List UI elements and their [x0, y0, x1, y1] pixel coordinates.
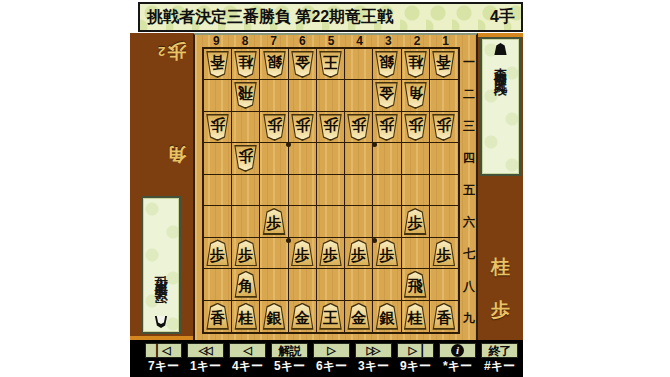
board-cell	[402, 143, 430, 174]
board-cell	[204, 175, 232, 206]
keypad-hint: 7キー	[145, 360, 182, 373]
shogi-piece-sente: 香	[205, 303, 230, 330]
board-cell: 歩	[232, 143, 260, 174]
board-cell: 銀	[373, 49, 401, 80]
board-cell	[260, 238, 288, 269]
board-cell	[204, 80, 232, 111]
board-cell: 歩	[373, 238, 401, 269]
screenshot: 挑戦者決定三番勝負 第22期竜王戦 4手 歩2角 深浦康市王位 98765432…	[0, 0, 670, 377]
shogi-piece-gote: 歩	[233, 145, 258, 172]
shogi-piece-sente: 歩	[262, 208, 287, 235]
step-forward-icon: ▷	[327, 345, 335, 356]
step-back-button[interactable]: ◁	[229, 343, 266, 358]
board-cell: 歩	[430, 112, 458, 143]
step-back-icon: ◁	[243, 345, 251, 356]
star-point	[286, 142, 291, 147]
rank-label: 四	[460, 143, 478, 175]
move-counter: 4手	[490, 7, 515, 28]
board-cell: 歩	[232, 238, 260, 269]
shogi-piece-gote: 銀	[262, 51, 287, 78]
shogi-piece-gote: 角	[403, 82, 428, 109]
board-cell	[345, 269, 373, 300]
shogi-piece-sente: 歩	[346, 239, 371, 266]
rank-label: 一	[460, 47, 478, 79]
board-cell: 歩	[204, 112, 232, 143]
fast-forward-icon: ▷▷	[367, 345, 378, 356]
rank-label: 七	[460, 238, 478, 270]
board-cell: 歩	[204, 238, 232, 269]
shogi-piece-sente: 角	[233, 271, 258, 298]
info-button[interactable]: i	[439, 343, 476, 358]
shogi-piece-sente: 飛	[403, 271, 428, 298]
shogi-piece-sente: 歩	[205, 239, 230, 266]
board-cell	[345, 143, 373, 174]
skip-to-start-icon: ▏◁	[157, 345, 168, 356]
shogi-piece-gote: 歩	[403, 114, 428, 141]
board-cell: 桂	[402, 49, 430, 80]
board-cell	[204, 206, 232, 237]
shogi-piece-gote: 歩	[262, 114, 287, 141]
hand-piece: 桂	[478, 257, 523, 276]
board-cell	[317, 206, 345, 237]
board-cell: 金	[345, 301, 373, 332]
rank-label: 三	[460, 111, 478, 143]
board-cell	[232, 206, 260, 237]
board-cell: 飛	[402, 269, 430, 300]
rank-label: 六	[460, 206, 478, 238]
board-cell	[345, 206, 373, 237]
fast-forward-button[interactable]: ▷▷	[355, 343, 392, 358]
board-cell	[232, 175, 260, 206]
rank-label: 二	[460, 79, 478, 111]
board-cell: 王	[317, 301, 345, 332]
fast-rewind-icon: ◁◁	[199, 345, 210, 356]
shogi-piece-sente: 歩	[233, 239, 258, 266]
sente-name-plate: 森内俊之九段	[480, 37, 521, 176]
board-cell	[317, 175, 345, 206]
gote-name-plate: 深浦康市王位	[141, 196, 181, 334]
board-cell: 銀	[260, 49, 288, 80]
board-cell: 銀	[373, 301, 401, 332]
keypad-hint: 4キー	[229, 360, 266, 373]
board-cell	[317, 269, 345, 300]
board-cell	[260, 269, 288, 300]
info-icon: i	[451, 344, 464, 357]
board-cell: 歩	[345, 112, 373, 143]
shogi-piece-sente: 桂	[403, 303, 428, 330]
board-cell: 金	[373, 80, 401, 111]
rank-label: 五	[460, 175, 478, 207]
board-cell: 飛	[232, 80, 260, 111]
board-cell	[204, 269, 232, 300]
board-cell	[289, 269, 317, 300]
board-grid: 香桂銀金王銀桂香飛金角歩歩歩歩歩歩歩歩歩歩歩歩歩歩歩歩歩歩角飛香桂銀金王金銀桂香	[202, 47, 460, 334]
shogi-piece-sente: 歩	[431, 239, 456, 266]
board-cell: 歩	[289, 238, 317, 269]
board-cell: 歩	[430, 238, 458, 269]
control-bar: ▏◁7キー◁◁1キー◁4キー解説5キー▷6キー▷▷3キー▷▕9キーi*キー終了#…	[130, 340, 523, 377]
board-cell: 角	[402, 80, 430, 111]
board-cell: 香	[204, 301, 232, 332]
board-cell	[430, 80, 458, 111]
sente-player-name: 森内俊之九段	[494, 57, 507, 75]
shogi-piece-gote: 歩	[431, 114, 456, 141]
board-cell: 桂	[232, 301, 260, 332]
board-cell: 銀	[260, 301, 288, 332]
board-cell	[204, 143, 232, 174]
step-forward-button[interactable]: ▷	[313, 343, 350, 358]
shogi-piece-sente: 歩	[318, 239, 343, 266]
hand-piece: 歩	[478, 300, 523, 319]
board-cell	[345, 80, 373, 111]
hand-piece: 角	[167, 145, 186, 164]
board-cell: 歩	[317, 112, 345, 143]
board-cell	[345, 49, 373, 80]
star-point	[372, 142, 377, 147]
board-cell	[373, 175, 401, 206]
commentary-button[interactable]: 解説	[271, 343, 308, 358]
skip-to-end-icon: ▷▕	[409, 345, 420, 356]
board-cell	[430, 175, 458, 206]
board-cell: 歩	[402, 112, 430, 143]
gote-player-name: 深浦康市王位	[155, 296, 168, 314]
shogi-piece-gote: 歩	[205, 114, 230, 141]
board-cell	[373, 206, 401, 237]
board-cell	[289, 206, 317, 237]
shogi-piece-sente: 銀	[374, 303, 399, 330]
board-cell: 桂	[402, 301, 430, 332]
board-cell	[402, 238, 430, 269]
sente-marker-icon	[494, 43, 507, 55]
shogi-piece-sente: 王	[318, 303, 343, 330]
shogi-piece-gote: 歩	[374, 114, 399, 141]
match-title: 挑戦者決定三番勝負 第22期竜王戦	[147, 7, 393, 28]
shogi-piece-gote: 桂	[233, 51, 258, 78]
shogi-piece-sente: 桂	[233, 303, 258, 330]
shogi-piece-sente: 銀	[262, 303, 287, 330]
shogi-piece-gote: 金	[374, 82, 399, 109]
board-cell: 香	[430, 301, 458, 332]
board-cell: 歩	[260, 206, 288, 237]
gote-panel: 歩2角 深浦康市王位	[130, 33, 193, 340]
keypad-hint: #キー	[481, 360, 518, 373]
shogi-piece-gote: 香	[431, 51, 456, 78]
keypad-hint: 1キー	[187, 360, 224, 373]
board-cell	[430, 206, 458, 237]
board-cell: 歩	[373, 112, 401, 143]
board-cell	[289, 80, 317, 111]
title-bar: 挑戦者決定三番勝負 第22期竜王戦 4手	[138, 2, 523, 32]
board-cell	[260, 80, 288, 111]
shogi-piece-sente: 金	[346, 303, 371, 330]
shogi-piece-gote: 香	[205, 51, 230, 78]
rank-label: 八	[460, 270, 478, 302]
shogi-broadcast-app: 挑戦者決定三番勝負 第22期竜王戦 4手 歩2角 深浦康市王位 98765432…	[130, 0, 523, 377]
keypad-hint: 3キー	[355, 360, 392, 373]
shogi-piece-gote: 歩	[346, 114, 371, 141]
board-cell: 歩	[289, 112, 317, 143]
board-cell	[317, 80, 345, 111]
shogi-piece-gote: 桂	[403, 51, 428, 78]
gote-marker-icon	[155, 316, 168, 328]
hand-piece: 歩2	[158, 42, 186, 61]
board-cell: 王	[317, 49, 345, 80]
board-cell: 角	[232, 269, 260, 300]
rank-labels: 一二三四五六七八九	[460, 47, 478, 334]
board-cell: 金	[289, 49, 317, 80]
board-cell	[402, 175, 430, 206]
board-cell	[430, 143, 458, 174]
shogi-piece-gote: 飛	[233, 82, 258, 109]
shogi-piece-gote: 歩	[318, 114, 343, 141]
board-cell	[289, 143, 317, 174]
shogi-piece-sente: 歩	[374, 239, 399, 266]
board-cell: 香	[430, 49, 458, 80]
shogi-piece-sente: 歩	[403, 208, 428, 235]
board-cell	[260, 143, 288, 174]
skip-to-end-button[interactable]: ▷▕	[397, 343, 434, 358]
keypad-hint: 5キー	[271, 360, 308, 373]
keypad-hint: 9キー	[397, 360, 434, 373]
shogi-piece-gote: 銀	[374, 51, 399, 78]
shogi-piece-gote: 歩	[290, 114, 315, 141]
star-point	[286, 238, 291, 243]
fast-rewind-button[interactable]: ◁◁	[187, 343, 224, 358]
board-cell: 歩	[317, 238, 345, 269]
board-cell	[289, 175, 317, 206]
board-cell	[260, 175, 288, 206]
keypad-hint: 6キー	[313, 360, 350, 373]
board-cell	[373, 143, 401, 174]
board-cell: 歩	[402, 206, 430, 237]
star-point	[372, 238, 377, 243]
board-cell: 香	[204, 49, 232, 80]
board-cell	[232, 112, 260, 143]
board-cell: 桂	[232, 49, 260, 80]
board-cell: 歩	[260, 112, 288, 143]
sente-panel: 森内俊之九段 桂歩	[478, 33, 523, 340]
board-cell	[430, 269, 458, 300]
shogi-piece-sente: 歩	[290, 239, 315, 266]
shogi-board: 987654321 一二三四五六七八九 香桂銀金王銀桂香飛金角歩歩歩歩歩歩歩歩歩…	[193, 33, 478, 340]
board-cell	[317, 143, 345, 174]
rank-label: 九	[460, 302, 478, 334]
board-cell: 金	[289, 301, 317, 332]
shogi-piece-gote: 王	[318, 51, 343, 78]
board-cell: 歩	[345, 238, 373, 269]
main-area: 歩2角 深浦康市王位 987654321 一二三四五六七八九 香桂銀金王銀桂香飛…	[130, 33, 523, 340]
board-cell	[345, 175, 373, 206]
exit-button[interactable]: 終了	[481, 343, 518, 358]
skip-to-start-button[interactable]: ▏◁	[145, 343, 182, 358]
shogi-piece-gote: 金	[290, 51, 315, 78]
hand-piece-count: 2	[158, 45, 165, 58]
shogi-piece-sente: 金	[290, 303, 315, 330]
keypad-hint: *キー	[439, 360, 476, 373]
board-cell	[373, 269, 401, 300]
shogi-piece-sente: 香	[431, 303, 456, 330]
